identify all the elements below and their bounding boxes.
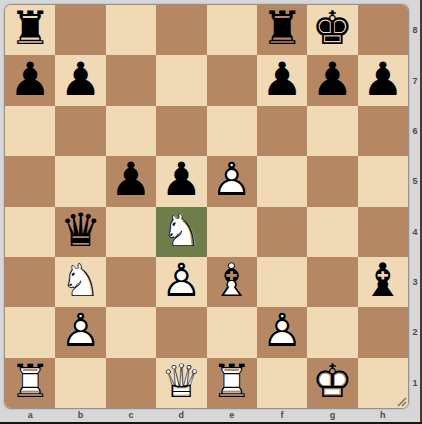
resize-grip-icon[interactable]: [395, 395, 407, 407]
square-g7[interactable]: ♟: [307, 55, 357, 105]
file-label-e: e: [207, 408, 257, 422]
square-h6[interactable]: [358, 106, 408, 156]
chess-board-panel: ♜♜♚♟♟♟♟♟♟♟♟♙♛♞♘♞♘♟♙♝♗♝♟♙♟♙♜♖♛♕♜♖♚♔: [4, 4, 409, 409]
square-e5[interactable]: ♟♙: [207, 156, 257, 206]
square-c6[interactable]: [106, 106, 156, 156]
square-c2[interactable]: [106, 307, 156, 357]
piece-white-rook[interactable]: ♜♖: [5, 358, 55, 408]
piece-white-pawn[interactable]: ♟♙: [55, 307, 105, 357]
square-d1[interactable]: ♛♕: [156, 358, 206, 408]
piece-white-pawn[interactable]: ♟♙: [156, 257, 206, 307]
square-e4[interactable]: [207, 207, 257, 257]
square-c7[interactable]: [106, 55, 156, 105]
square-f2[interactable]: ♟♙: [257, 307, 307, 357]
piece-black-rook[interactable]: ♜: [5, 5, 55, 55]
square-d4[interactable]: ♞♘: [156, 207, 206, 257]
piece-white-pawn[interactable]: ♟♙: [257, 307, 307, 357]
square-b7[interactable]: ♟: [55, 55, 105, 105]
piece-white-knight[interactable]: ♞♘: [55, 257, 105, 307]
piece-white-knight[interactable]: ♞♘: [156, 207, 206, 257]
square-b6[interactable]: [55, 106, 105, 156]
chess-board: ♜♜♚♟♟♟♟♟♟♟♟♙♛♞♘♞♘♟♙♝♗♝♟♙♟♙♜♖♛♕♜♖♚♔: [5, 5, 408, 408]
file-label-a: a: [5, 408, 55, 422]
piece-black-pawn[interactable]: ♟: [257, 55, 307, 105]
square-a8[interactable]: ♜: [5, 5, 55, 55]
square-a4[interactable]: [5, 207, 55, 257]
file-label-h: h: [358, 408, 408, 422]
piece-black-pawn[interactable]: ♟: [5, 55, 55, 105]
piece-black-pawn[interactable]: ♟: [358, 55, 408, 105]
square-g2[interactable]: [307, 307, 357, 357]
square-d8[interactable]: [156, 5, 206, 55]
square-h4[interactable]: [358, 207, 408, 257]
square-h8[interactable]: [358, 5, 408, 55]
square-f7[interactable]: ♟: [257, 55, 307, 105]
file-label-g: g: [307, 408, 357, 422]
square-a5[interactable]: [5, 156, 55, 206]
square-c4[interactable]: [106, 207, 156, 257]
square-h7[interactable]: ♟: [358, 55, 408, 105]
square-a6[interactable]: [5, 106, 55, 156]
piece-black-bishop[interactable]: ♝: [358, 257, 408, 307]
piece-black-rook[interactable]: ♜: [257, 5, 307, 55]
square-c3[interactable]: [106, 257, 156, 307]
square-h3[interactable]: ♝: [358, 257, 408, 307]
square-g6[interactable]: [307, 106, 357, 156]
square-b3[interactable]: ♞♘: [55, 257, 105, 307]
square-a1[interactable]: ♜♖: [5, 358, 55, 408]
square-b8[interactable]: [55, 5, 105, 55]
square-d3[interactable]: ♟♙: [156, 257, 206, 307]
piece-black-queen[interactable]: ♛: [55, 207, 105, 257]
piece-white-rook[interactable]: ♜♖: [207, 358, 257, 408]
piece-black-pawn[interactable]: ♟: [156, 156, 206, 206]
square-b4[interactable]: ♛: [55, 207, 105, 257]
square-c1[interactable]: [106, 358, 156, 408]
square-f4[interactable]: [257, 207, 307, 257]
square-d5[interactable]: ♟: [156, 156, 206, 206]
square-g8[interactable]: ♚: [307, 5, 357, 55]
square-f5[interactable]: [257, 156, 307, 206]
square-g4[interactable]: [307, 207, 357, 257]
square-f3[interactable]: [257, 257, 307, 307]
square-g1[interactable]: ♚♔: [307, 358, 357, 408]
square-e3[interactable]: ♝♗: [207, 257, 257, 307]
file-label-f: f: [257, 408, 307, 422]
square-a7[interactable]: ♟: [5, 55, 55, 105]
square-h2[interactable]: [358, 307, 408, 357]
square-b1[interactable]: [55, 358, 105, 408]
square-g5[interactable]: [307, 156, 357, 206]
square-f6[interactable]: [257, 106, 307, 156]
square-e7[interactable]: [207, 55, 257, 105]
file-label-b: b: [55, 408, 105, 422]
piece-white-pawn[interactable]: ♟♙: [207, 156, 257, 206]
square-d6[interactable]: [156, 106, 206, 156]
piece-black-king[interactable]: ♚: [307, 5, 357, 55]
piece-white-king[interactable]: ♚♔: [307, 358, 357, 408]
piece-black-pawn[interactable]: ♟: [55, 55, 105, 105]
square-c8[interactable]: [106, 5, 156, 55]
piece-white-queen[interactable]: ♛♕: [156, 358, 206, 408]
piece-black-pawn[interactable]: ♟: [307, 55, 357, 105]
piece-black-pawn[interactable]: ♟: [106, 156, 156, 206]
square-b2[interactable]: ♟♙: [55, 307, 105, 357]
file-labels: abcdefgh: [5, 408, 408, 422]
file-label-c: c: [106, 408, 156, 422]
square-e6[interactable]: [207, 106, 257, 156]
square-f1[interactable]: [257, 358, 307, 408]
square-g3[interactable]: [307, 257, 357, 307]
square-f8[interactable]: ♜: [257, 5, 307, 55]
square-d7[interactable]: [156, 55, 206, 105]
square-d2[interactable]: [156, 307, 206, 357]
square-e8[interactable]: [207, 5, 257, 55]
square-e1[interactable]: ♜♖: [207, 358, 257, 408]
square-e2[interactable]: [207, 307, 257, 357]
file-label-d: d: [156, 408, 206, 422]
square-h5[interactable]: [358, 156, 408, 206]
square-a2[interactable]: [5, 307, 55, 357]
square-b5[interactable]: [55, 156, 105, 206]
square-a3[interactable]: [5, 257, 55, 307]
piece-white-bishop[interactable]: ♝♗: [207, 257, 257, 307]
square-c5[interactable]: ♟: [106, 156, 156, 206]
